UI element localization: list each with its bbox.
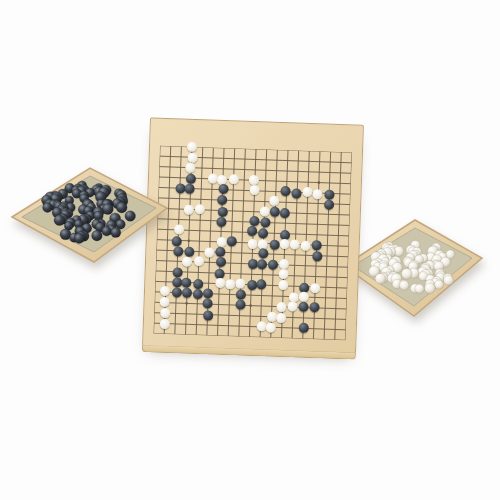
tray-stone	[54, 215, 65, 226]
black-stone[interactable]	[267, 260, 277, 270]
black-stone[interactable]	[247, 280, 257, 290]
hoshi-point	[249, 304, 252, 307]
black-stone[interactable]	[324, 199, 334, 209]
white-stone[interactable]	[160, 308, 170, 318]
white-stone[interactable]	[300, 240, 310, 250]
black-stone[interactable]	[215, 246, 225, 256]
white-stone[interactable]	[204, 247, 214, 257]
tray-stone	[434, 280, 443, 289]
white-stone[interactable]	[248, 239, 258, 249]
white-stone[interactable]	[278, 279, 288, 289]
hoshi-point	[318, 181, 321, 184]
go-set-product-photo	[0, 0, 500, 500]
tray-stone	[375, 273, 386, 284]
white-stone[interactable]	[225, 279, 235, 289]
black-stone-tray	[6, 158, 178, 270]
tray-stone	[74, 233, 84, 243]
tray-stone	[102, 226, 112, 236]
black-stone[interactable]	[217, 195, 227, 205]
black-stone[interactable]	[298, 301, 308, 311]
black-stone[interactable]	[203, 310, 213, 320]
tray-stone	[444, 275, 454, 285]
black-stone[interactable]	[235, 299, 245, 309]
black-stone[interactable]	[185, 173, 195, 183]
tray-stone	[425, 283, 436, 294]
tray-stone	[125, 211, 136, 222]
white-stone[interactable]	[259, 206, 269, 216]
black-stone[interactable]	[291, 188, 301, 198]
tray-stone	[111, 228, 121, 238]
white-stone[interactable]	[182, 256, 192, 266]
hoshi-point	[185, 302, 188, 305]
black-stone[interactable]	[192, 289, 202, 299]
black-stone[interactable]	[324, 189, 334, 199]
black-stone[interactable]	[258, 228, 268, 238]
tray-stone	[116, 202, 127, 213]
white-stone[interactable]	[187, 153, 197, 163]
white-stone[interactable]	[265, 322, 275, 332]
black-stone[interactable]	[311, 240, 321, 250]
black-stone[interactable]	[257, 259, 267, 269]
black-stone[interactable]	[217, 206, 227, 216]
black-stone[interactable]	[260, 217, 270, 227]
tray-stone	[43, 203, 53, 213]
black-stone[interactable]	[218, 183, 228, 193]
tray-stone	[102, 204, 113, 215]
black-stone[interactable]	[171, 287, 181, 297]
white-stone[interactable]	[217, 236, 227, 246]
tray-stone	[92, 230, 103, 241]
black-stone[interactable]	[184, 183, 194, 193]
black-stone[interactable]	[193, 279, 203, 289]
white-stone[interactable]	[235, 278, 245, 288]
tray-stone	[415, 284, 424, 293]
tray-stone	[401, 268, 412, 279]
board-stones	[151, 118, 363, 125]
black-stone[interactable]	[269, 240, 279, 250]
black-stone[interactable]	[280, 229, 290, 239]
white-stone-tray	[338, 213, 490, 325]
hoshi-point	[187, 239, 190, 242]
white-stone[interactable]	[278, 259, 288, 269]
tray-stone	[400, 281, 410, 291]
white-stone[interactable]	[313, 189, 323, 199]
black-stone[interactable]	[203, 288, 213, 298]
black-stone[interactable]	[181, 288, 191, 298]
